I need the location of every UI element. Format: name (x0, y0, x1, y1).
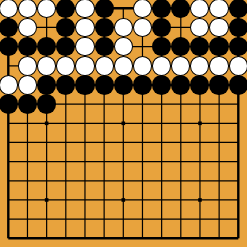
board-cell[interactable] (209, 56, 228, 75)
white-stone (133, 56, 152, 76)
board-cell[interactable] (229, 114, 247, 133)
black-stone (171, 0, 190, 18)
board-cell[interactable] (209, 209, 228, 228)
white-stone (18, 18, 37, 38)
board-cell[interactable] (95, 171, 114, 190)
board-cell[interactable] (75, 171, 94, 190)
board-cell[interactable] (190, 171, 209, 190)
board-cell[interactable] (114, 95, 133, 114)
board-cell[interactable] (18, 37, 37, 56)
white-stone (18, 56, 37, 76)
board-cell[interactable] (75, 95, 94, 114)
board-cell[interactable] (171, 18, 190, 37)
board-cell[interactable] (152, 209, 171, 228)
board-cell[interactable] (133, 75, 152, 94)
board-cell[interactable] (0, 37, 18, 56)
board-cell[interactable] (75, 0, 94, 18)
board-cell[interactable] (37, 75, 56, 94)
board-cell[interactable] (56, 190, 75, 209)
board-cell[interactable] (209, 95, 228, 114)
board-cell[interactable] (75, 114, 94, 133)
black-stone (190, 75, 209, 95)
board-cell[interactable] (209, 75, 228, 94)
board-cell[interactable] (56, 133, 75, 152)
board-cell[interactable] (229, 133, 247, 152)
board-cell[interactable] (18, 95, 37, 114)
board-cell[interactable] (0, 229, 18, 247)
black-stone (56, 0, 75, 18)
board-cell[interactable] (171, 56, 190, 75)
board-cell[interactable] (171, 229, 190, 247)
white-stone (75, 56, 94, 76)
board-cell[interactable] (75, 152, 94, 171)
white-stone (18, 0, 37, 18)
board-cell[interactable] (37, 133, 56, 152)
white-stone (75, 18, 94, 38)
white-stone (56, 56, 75, 76)
board-cell[interactable] (171, 95, 190, 114)
board-cell[interactable] (37, 171, 56, 190)
board-cell[interactable] (190, 75, 209, 94)
board-cell[interactable] (37, 56, 56, 75)
black-stone (95, 18, 114, 38)
board-cell[interactable] (18, 56, 37, 75)
board-cell[interactable] (37, 229, 56, 247)
board-cell[interactable] (56, 229, 75, 247)
board-cell[interactable] (18, 75, 37, 94)
board-cell[interactable] (171, 190, 190, 209)
white-stone (37, 56, 56, 76)
board-cell[interactable] (37, 209, 56, 228)
board-cell[interactable] (133, 56, 152, 75)
white-stone (0, 75, 18, 95)
board-cell[interactable] (209, 37, 228, 56)
board-cell[interactable] (114, 209, 133, 228)
stone-grid (0, 0, 247, 247)
black-stone (18, 94, 37, 114)
black-stone (152, 18, 171, 38)
board-cell[interactable] (18, 0, 37, 18)
board-cell[interactable] (209, 0, 228, 18)
board-cell[interactable] (229, 0, 247, 18)
board-cell[interactable] (152, 75, 171, 94)
board-cell[interactable] (18, 152, 37, 171)
black-stone (229, 0, 247, 18)
board-cell[interactable] (152, 229, 171, 247)
board-cell[interactable] (152, 18, 171, 37)
board-cell[interactable] (95, 95, 114, 114)
black-stone (37, 94, 56, 114)
board-cell[interactable] (229, 18, 247, 37)
board-cell[interactable] (133, 190, 152, 209)
board-cell[interactable] (114, 114, 133, 133)
board-cell[interactable] (171, 209, 190, 228)
white-stone (18, 75, 37, 95)
board-cell[interactable] (0, 0, 18, 18)
board-cell[interactable] (152, 56, 171, 75)
board-cell[interactable] (56, 18, 75, 37)
black-stone (56, 37, 75, 57)
black-stone (95, 0, 114, 18)
board-cell[interactable] (133, 209, 152, 228)
white-stone (209, 0, 228, 18)
board-cell[interactable] (95, 114, 114, 133)
white-stone (229, 56, 247, 76)
board-cell[interactable] (56, 209, 75, 228)
board-cell[interactable] (133, 171, 152, 190)
board-cell[interactable] (18, 190, 37, 209)
board-cell[interactable] (114, 152, 133, 171)
board-cell[interactable] (56, 56, 75, 75)
black-stone (152, 37, 171, 57)
board-cell[interactable] (95, 133, 114, 152)
board-cell[interactable] (229, 190, 247, 209)
board-cell[interactable] (209, 133, 228, 152)
board-cell[interactable] (18, 114, 37, 133)
board-cell[interactable] (229, 37, 247, 56)
board-cell[interactable] (95, 56, 114, 75)
board-cell[interactable] (95, 75, 114, 94)
black-stone (152, 0, 171, 18)
board-cell[interactable] (0, 209, 18, 228)
board-cell[interactable] (152, 95, 171, 114)
board-cell[interactable] (95, 190, 114, 209)
board-cell[interactable] (37, 95, 56, 114)
board-cell[interactable] (190, 229, 209, 247)
black-stone (114, 75, 133, 95)
board-cell[interactable] (37, 0, 56, 18)
board-cell[interactable] (190, 209, 209, 228)
white-stone (190, 0, 209, 18)
board-cell[interactable] (229, 229, 247, 247)
board-cell[interactable] (0, 95, 18, 114)
board-cell[interactable] (133, 152, 152, 171)
board-cell[interactable] (152, 0, 171, 18)
white-stone (190, 18, 209, 38)
board-cell[interactable] (190, 133, 209, 152)
board-cell[interactable] (0, 152, 18, 171)
board-cell[interactable] (37, 114, 56, 133)
black-stone (229, 37, 247, 57)
board-cell[interactable] (133, 229, 152, 247)
board-cell[interactable] (75, 37, 94, 56)
board-cell[interactable] (133, 37, 152, 56)
board-cell[interactable] (190, 95, 209, 114)
black-stone (133, 75, 152, 95)
white-stone (75, 0, 94, 18)
board-cell[interactable] (18, 133, 37, 152)
board-cell[interactable] (0, 114, 18, 133)
white-stone (190, 56, 209, 76)
board-cell[interactable] (95, 209, 114, 228)
board-cell[interactable] (171, 114, 190, 133)
board-cell[interactable] (114, 56, 133, 75)
board-cell[interactable] (114, 190, 133, 209)
board-cell[interactable] (0, 133, 18, 152)
black-stone (18, 37, 37, 57)
board-cell[interactable] (152, 133, 171, 152)
board-cell[interactable] (171, 37, 190, 56)
board-cell[interactable] (75, 75, 94, 94)
board-cell[interactable] (114, 0, 133, 18)
board-cell[interactable] (190, 190, 209, 209)
white-stone (171, 56, 190, 76)
board-cell[interactable] (0, 171, 18, 190)
board-cell[interactable] (133, 114, 152, 133)
black-stone (171, 37, 190, 57)
black-stone (95, 37, 114, 57)
board-cell[interactable] (190, 18, 209, 37)
black-stone (209, 75, 228, 95)
board-cell[interactable] (133, 0, 152, 18)
board-cell[interactable] (229, 152, 247, 171)
board-cell[interactable] (209, 152, 228, 171)
white-stone (37, 0, 56, 18)
board-cell[interactable] (0, 190, 18, 209)
white-stone (95, 56, 114, 76)
black-stone (0, 37, 18, 57)
board-cell[interactable] (171, 152, 190, 171)
board-cell[interactable] (152, 37, 171, 56)
board-cell[interactable] (75, 229, 94, 247)
white-stone (133, 18, 152, 38)
board-cell[interactable] (133, 18, 152, 37)
board-cell[interactable] (18, 171, 37, 190)
board-cell[interactable] (0, 18, 18, 37)
board-cell[interactable] (75, 209, 94, 228)
board-cell[interactable] (18, 209, 37, 228)
black-stone (190, 37, 209, 57)
black-stone (152, 75, 171, 95)
board-cell[interactable] (75, 18, 94, 37)
black-stone (209, 37, 228, 57)
board-cell[interactable] (171, 0, 190, 18)
black-stone (37, 75, 56, 95)
board-cell[interactable] (190, 37, 209, 56)
white-stone (209, 18, 228, 38)
black-stone (95, 75, 114, 95)
white-stone (114, 37, 133, 57)
white-stone (114, 56, 133, 76)
board-cell[interactable] (229, 95, 247, 114)
board-cell[interactable] (56, 37, 75, 56)
board-cell[interactable] (37, 152, 56, 171)
black-stone (0, 94, 18, 114)
white-stone (75, 37, 94, 57)
board-cell[interactable] (95, 37, 114, 56)
board-cell[interactable] (37, 18, 56, 37)
board-cell[interactable] (190, 56, 209, 75)
board-cell[interactable] (75, 133, 94, 152)
board-cell[interactable] (152, 171, 171, 190)
board-cell[interactable] (209, 171, 228, 190)
board-cell[interactable] (114, 171, 133, 190)
board-cell[interactable] (171, 171, 190, 190)
board-cell[interactable] (229, 56, 247, 75)
board-cell[interactable] (209, 114, 228, 133)
white-stone (209, 56, 228, 76)
board-cell[interactable] (95, 229, 114, 247)
black-stone (37, 37, 56, 57)
board-cell[interactable] (0, 56, 18, 75)
black-stone (56, 18, 75, 38)
white-stone (133, 0, 152, 18)
black-stone (229, 75, 247, 95)
board-cell[interactable] (18, 229, 37, 247)
board-cell[interactable] (56, 95, 75, 114)
black-stone (229, 18, 247, 38)
board-cell[interactable] (152, 114, 171, 133)
board-cell[interactable] (95, 152, 114, 171)
black-stone (75, 75, 94, 95)
white-stone (114, 18, 133, 38)
board-cell[interactable] (37, 37, 56, 56)
board-cell[interactable] (171, 133, 190, 152)
board-cell[interactable] (114, 18, 133, 37)
board-cell[interactable] (114, 229, 133, 247)
go-board (0, 0, 247, 247)
board-cell[interactable] (114, 37, 133, 56)
board-cell[interactable] (229, 75, 247, 94)
board-cell[interactable] (56, 0, 75, 18)
board-cell[interactable] (152, 152, 171, 171)
board-cell[interactable] (190, 152, 209, 171)
board-cell[interactable] (75, 56, 94, 75)
board-cell[interactable] (56, 75, 75, 94)
black-stone (0, 18, 18, 38)
board-cell[interactable] (37, 190, 56, 209)
board-cell[interactable] (56, 152, 75, 171)
board-cell[interactable] (56, 171, 75, 190)
board-cell[interactable] (171, 75, 190, 94)
board-cell[interactable] (209, 18, 228, 37)
board-cell[interactable] (75, 190, 94, 209)
board-cell[interactable] (133, 133, 152, 152)
white-stone (152, 56, 171, 76)
board-cell[interactable] (18, 18, 37, 37)
board-cell[interactable] (114, 75, 133, 94)
board-cell[interactable] (95, 18, 114, 37)
board-cell[interactable] (152, 190, 171, 209)
white-stone (0, 0, 18, 18)
board-cell[interactable] (95, 0, 114, 18)
board-cell[interactable] (133, 95, 152, 114)
board-cell[interactable] (209, 229, 228, 247)
board-cell[interactable] (0, 75, 18, 94)
board-cell[interactable] (190, 114, 209, 133)
board-cell[interactable] (229, 209, 247, 228)
board-cell[interactable] (229, 171, 247, 190)
board-cell[interactable] (114, 133, 133, 152)
board-cell[interactable] (190, 0, 209, 18)
board-cell[interactable] (209, 190, 228, 209)
black-stone (56, 75, 75, 95)
black-stone (171, 75, 190, 95)
board-cell[interactable] (56, 114, 75, 133)
